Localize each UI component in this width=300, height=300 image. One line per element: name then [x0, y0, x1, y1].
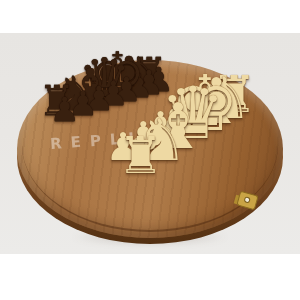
piece-white-rook-a1[interactable]: ♜ [118, 130, 164, 181]
product-photo: REPLICA ♜♞♝♛♚♝♞♜♟♟♟♟♟♟♟♟♟♟♟♟♟♟♟♟♜♞♝♛♚♝♞♜ [0, 0, 300, 300]
pieces-layer: ♜♞♝♛♚♝♞♜♟♟♟♟♟♟♟♟♟♟♟♟♟♟♟♟♜♞♝♛♚♝♞♜ [0, 0, 300, 300]
piece-black-pawn-a7[interactable]: ♟ [50, 93, 80, 126]
